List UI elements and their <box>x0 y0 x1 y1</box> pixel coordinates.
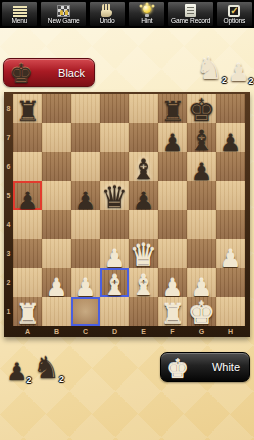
black-bishop-e6[interactable]: ♝ <box>131 156 156 184</box>
captured-white-pawn-count: 2 <box>249 77 254 86</box>
square-f4[interactable] <box>158 210 187 239</box>
hint-icon <box>139 4 155 17</box>
square-h5[interactable] <box>216 181 245 210</box>
square-c7[interactable] <box>71 123 100 152</box>
square-g5[interactable] <box>187 181 216 210</box>
newgame-button[interactable]: New Game <box>40 1 86 27</box>
square-g6[interactable]: ♟ <box>187 152 216 181</box>
square-a4[interactable] <box>13 210 42 239</box>
square-a8[interactable]: ♜ <box>13 94 42 123</box>
square-c3[interactable] <box>71 239 100 268</box>
square-h6[interactable] <box>216 152 245 181</box>
options-button-label: Options <box>224 17 246 25</box>
chess-board[interactable]: ♜♜♚♟♝♟♝♟♟♟♛♟♟♛♟♟♟♝♝♟♟♜♜♚ <box>13 94 245 326</box>
file-label-d: D <box>100 326 129 337</box>
square-f1[interactable]: ♜ <box>158 297 187 326</box>
menu-button-label: Menu <box>12 17 28 25</box>
app-screen: MenuNew GameUndoHintGame Record✓Options … <box>0 0 254 440</box>
square-h2[interactable] <box>216 268 245 297</box>
square-e8[interactable] <box>129 94 158 123</box>
undo-button-label: Undo <box>100 17 115 25</box>
square-g7[interactable]: ♝ <box>187 123 216 152</box>
black-king-g8[interactable]: ♚ <box>188 95 216 126</box>
hint-button-label: Hint <box>141 17 152 25</box>
file-label-h: H <box>216 326 245 337</box>
white-king-g1[interactable]: ♚ <box>188 298 216 329</box>
square-f5[interactable] <box>158 181 187 210</box>
square-e3[interactable]: ♛ <box>129 239 158 268</box>
record-icon <box>185 4 196 17</box>
square-d8[interactable] <box>100 94 129 123</box>
black-bishop-g7[interactable]: ♝ <box>189 127 214 155</box>
black-queen-d5[interactable]: ♛ <box>101 182 129 213</box>
square-b3[interactable] <box>42 239 71 268</box>
square-h8[interactable] <box>216 94 245 123</box>
square-f2[interactable]: ♟ <box>158 268 187 297</box>
square-h1[interactable] <box>216 297 245 326</box>
record-button[interactable]: Game Record <box>167 1 213 27</box>
captured-black-pawn-icon: ♟2 <box>6 360 28 384</box>
square-d4[interactable] <box>100 210 129 239</box>
record-button-label: Game Record <box>171 17 210 25</box>
square-f6[interactable] <box>158 152 187 181</box>
square-h7[interactable]: ♟ <box>216 123 245 152</box>
black-rook-f8[interactable]: ♜ <box>160 98 185 126</box>
white-player-bar: ♚ White <box>160 352 250 382</box>
square-b1[interactable] <box>42 297 71 326</box>
square-e1[interactable] <box>129 297 158 326</box>
captured-black-knight-count: 2 <box>59 375 64 384</box>
newgame-button-label: New Game <box>48 17 80 25</box>
undo-button[interactable]: Undo <box>89 1 126 27</box>
square-a2[interactable] <box>13 268 42 297</box>
file-label-b: B <box>42 326 71 337</box>
white-queen-e3[interactable]: ♛ <box>130 240 158 271</box>
rank-label-3: 3 <box>4 239 13 268</box>
square-e2[interactable]: ♝ <box>129 268 158 297</box>
square-f8[interactable]: ♜ <box>158 94 187 123</box>
square-d5[interactable]: ♛ <box>100 181 129 210</box>
rank-label-4: 4 <box>4 210 13 239</box>
square-d7[interactable] <box>100 123 129 152</box>
square-c1[interactable] <box>71 297 100 326</box>
square-d2[interactable]: ♝ <box>100 268 129 297</box>
square-e4[interactable] <box>129 210 158 239</box>
chess-board-frame: 87654321 ♜♜♚♟♝♟♝♟♟♟♛♟♟♛♟♟♟♝♝♟♟♜♜♚ ABCDEF… <box>4 92 250 337</box>
square-b5[interactable] <box>42 181 71 210</box>
square-g3[interactable] <box>187 239 216 268</box>
square-c6[interactable] <box>71 152 100 181</box>
square-d3[interactable]: ♟ <box>100 239 129 268</box>
menu-icon <box>13 6 27 17</box>
white-bishop-e2[interactable]: ♝ <box>131 272 156 300</box>
square-b8[interactable] <box>42 94 71 123</box>
captured-by-black-tray: ♞2♟2 <box>196 52 254 92</box>
file-label-e: E <box>129 326 158 337</box>
captured-white-knight-count: 2 <box>222 76 227 85</box>
white-bishop-d2[interactable]: ♝ <box>102 272 127 300</box>
square-e7[interactable] <box>129 123 158 152</box>
rank-label-8: 8 <box>4 94 13 123</box>
square-f3[interactable] <box>158 239 187 268</box>
square-a3[interactable] <box>13 239 42 268</box>
hint-button[interactable]: Hint <box>128 1 165 27</box>
menu-button[interactable]: Menu <box>1 1 38 27</box>
square-b7[interactable] <box>42 123 71 152</box>
white-king-icon: ♚ <box>166 356 189 382</box>
square-c8[interactable] <box>71 94 100 123</box>
square-a7[interactable] <box>13 123 42 152</box>
square-a5[interactable]: ♟ <box>13 181 42 210</box>
options-icon: ✓ <box>228 5 240 17</box>
square-g2[interactable]: ♟ <box>187 268 216 297</box>
white-rook-f1[interactable]: ♜ <box>160 301 185 329</box>
square-d6[interactable] <box>100 152 129 181</box>
square-g1[interactable]: ♚ <box>187 297 216 326</box>
toolbar: MenuNew GameUndoHintGame Record✓Options <box>0 0 254 28</box>
rank-label-6: 6 <box>4 152 13 181</box>
undo-icon <box>100 4 114 17</box>
square-b4[interactable] <box>42 210 71 239</box>
square-c5[interactable]: ♟ <box>71 181 100 210</box>
rank-label-1: 1 <box>4 297 13 326</box>
square-f7[interactable]: ♟ <box>158 123 187 152</box>
newgame-icon <box>57 5 70 17</box>
rank-label-7: 7 <box>4 123 13 152</box>
black-king-icon: ♚ <box>9 60 33 87</box>
captured-white-knight-icon: ♞2 <box>196 54 223 84</box>
square-d1[interactable] <box>100 297 129 326</box>
captured-white-pawn-icon: ♟2 <box>228 61 250 85</box>
square-g8[interactable]: ♚ <box>187 94 216 123</box>
square-e6[interactable]: ♝ <box>129 152 158 181</box>
square-e5[interactable]: ♟ <box>129 181 158 210</box>
square-a6[interactable] <box>13 152 42 181</box>
options-button[interactable]: ✓Options <box>216 1 253 27</box>
square-b6[interactable] <box>42 152 71 181</box>
square-b2[interactable]: ♟ <box>42 268 71 297</box>
captured-black-knight-icon: ♞2 <box>33 353 60 383</box>
square-g4[interactable] <box>187 210 216 239</box>
rank-label-2: 2 <box>4 268 13 297</box>
white-rook-a1[interactable]: ♜ <box>15 301 40 329</box>
square-h3[interactable]: ♟ <box>216 239 245 268</box>
black-rook-a8[interactable]: ♜ <box>15 98 40 126</box>
square-c2[interactable]: ♟ <box>71 268 100 297</box>
captured-black-pawn-count: 2 <box>27 376 32 385</box>
black-player-bar: ♚ Black <box>3 58 95 87</box>
captured-by-white-tray: ♟2♞2 <box>6 350 66 392</box>
file-label-c: C <box>71 326 100 337</box>
square-h4[interactable] <box>216 210 245 239</box>
rank-labels: 87654321 <box>4 94 13 326</box>
square-c4[interactable] <box>71 210 100 239</box>
rank-label-5: 5 <box>4 181 13 210</box>
square-a1[interactable]: ♜ <box>13 297 42 326</box>
